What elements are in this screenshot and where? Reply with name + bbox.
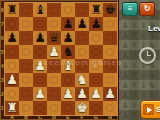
square-b8[interactable]: [19, 3, 33, 17]
square-g7[interactable]: ♟: [89, 17, 103, 31]
white-pawn[interactable]: ♟: [6, 73, 18, 87]
square-h2[interactable]: ♟: [103, 87, 117, 101]
white-knight[interactable]: ♞: [76, 73, 88, 87]
square-h4[interactable]: [103, 59, 117, 73]
square-d2[interactable]: [47, 87, 61, 101]
side-panel: ♟♜♝♞ ♟♜♝♞ ♟♜♝♞ ♟♜♝♞ ♟♜♝♞ ♟♜♝♞ ♟♜♝♞ ♟♜♝♞ …: [119, 0, 160, 120]
square-c6[interactable]: ♟: [33, 31, 47, 45]
white-rook[interactable]: ♜: [6, 101, 18, 115]
square-g4[interactable]: [89, 59, 103, 73]
black-pawn[interactable]: ♟: [76, 17, 88, 31]
white-pawn[interactable]: ♟: [34, 87, 46, 101]
square-h1[interactable]: [103, 101, 117, 115]
black-pawn[interactable]: ♟: [62, 17, 74, 31]
square-e1[interactable]: [61, 101, 75, 115]
clock-icon: [139, 47, 156, 64]
square-c4[interactable]: ♟: [33, 59, 47, 73]
file-label: D: [47, 115, 61, 120]
square-c1[interactable]: [33, 101, 47, 115]
action-button[interactable]: Su: [140, 100, 160, 119]
square-f6[interactable]: [75, 31, 89, 45]
black-pawn[interactable]: ♟: [62, 31, 74, 45]
black-rook[interactable]: ♜: [6, 3, 18, 17]
square-b6[interactable]: [19, 31, 33, 45]
square-a8[interactable]: ♜: [5, 3, 19, 17]
play-icon: [143, 104, 154, 115]
white-pawn[interactable]: ♟: [62, 87, 74, 101]
square-d3[interactable]: [47, 73, 61, 87]
menu-icon[interactable]: ≡: [122, 2, 138, 16]
square-g2[interactable]: ♟: [89, 87, 103, 101]
square-a1[interactable]: ♜: [5, 101, 19, 115]
square-g6[interactable]: [89, 31, 103, 45]
square-f1[interactable]: ♚: [75, 101, 89, 115]
square-b7[interactable]: [19, 17, 33, 31]
square-d1[interactable]: [47, 101, 61, 115]
square-d5[interactable]: ♟: [47, 45, 61, 59]
file-label: C: [33, 115, 47, 120]
square-b5[interactable]: [19, 45, 33, 59]
square-h6[interactable]: [103, 31, 117, 45]
white-king[interactable]: ♚: [76, 101, 88, 115]
square-h8[interactable]: ♚: [103, 3, 117, 17]
black-knight[interactable]: ♞: [62, 45, 74, 59]
square-h7[interactable]: [103, 17, 117, 31]
white-pawn[interactable]: ♟: [76, 87, 88, 101]
file-label: F: [75, 115, 89, 120]
file-label: G: [89, 115, 103, 120]
white-pawn[interactable]: ♟: [48, 45, 60, 59]
square-f7[interactable]: ♟: [75, 17, 89, 31]
square-b1[interactable]: [19, 101, 33, 115]
white-pawn[interactable]: ♟: [104, 87, 116, 101]
black-bishop[interactable]: ♝: [34, 3, 46, 17]
file-label: E: [61, 115, 75, 120]
square-f5[interactable]: [75, 45, 89, 59]
square-g5[interactable]: [89, 45, 103, 59]
chess-board[interactable]: ♜♝♜♚♟♟♟♟♟♛♟♟♞♟♝♟♞♟♟♟♟♟♜♚: [5, 3, 117, 115]
square-e4[interactable]: ♝: [61, 59, 75, 73]
black-pawn[interactable]: ♟: [90, 17, 102, 31]
square-b3[interactable]: [19, 73, 33, 87]
file-label: H: [103, 115, 117, 120]
square-b4[interactable]: [19, 59, 33, 73]
square-d8[interactable]: [47, 3, 61, 17]
file-label: B: [19, 115, 33, 120]
action-button-label: Su: [156, 105, 160, 114]
square-e2[interactable]: ♟: [61, 87, 75, 101]
black-pawn[interactable]: ♟: [6, 31, 18, 45]
square-g1[interactable]: [89, 101, 103, 115]
square-b2[interactable]: [19, 87, 33, 101]
black-pawn[interactable]: ♟: [34, 31, 46, 45]
file-label: A: [5, 115, 19, 120]
square-a3[interactable]: ♟: [5, 73, 19, 87]
white-pawn[interactable]: ♟: [90, 87, 102, 101]
black-queen[interactable]: ♛: [48, 31, 60, 45]
chess-app-screen: { "game": "chess", "app_name": "chess-ga…: [0, 0, 160, 120]
white-pawn[interactable]: ♟: [34, 59, 46, 73]
black-rook[interactable]: ♜: [90, 3, 102, 17]
square-d4[interactable]: [47, 59, 61, 73]
white-bishop[interactable]: ♝: [62, 59, 74, 73]
square-a5[interactable]: [5, 45, 19, 59]
file-labels: ABCDEFGH: [5, 115, 117, 120]
black-king[interactable]: ♚: [104, 3, 116, 17]
square-c8[interactable]: ♝: [33, 3, 47, 17]
undo-icon[interactable]: ↻: [139, 2, 155, 16]
chess-board-frame: 87654321 ♜♝♜♚♟♟♟♟♟♛♟♟♞♟♝♟♞♟♟♟♟♟♜♚ ABCDEF…: [0, 0, 119, 120]
square-a6[interactable]: ♟: [5, 31, 19, 45]
square-h5[interactable]: [103, 45, 117, 59]
level-label: Lev: [148, 24, 160, 33]
square-c2[interactable]: ♟: [33, 87, 47, 101]
